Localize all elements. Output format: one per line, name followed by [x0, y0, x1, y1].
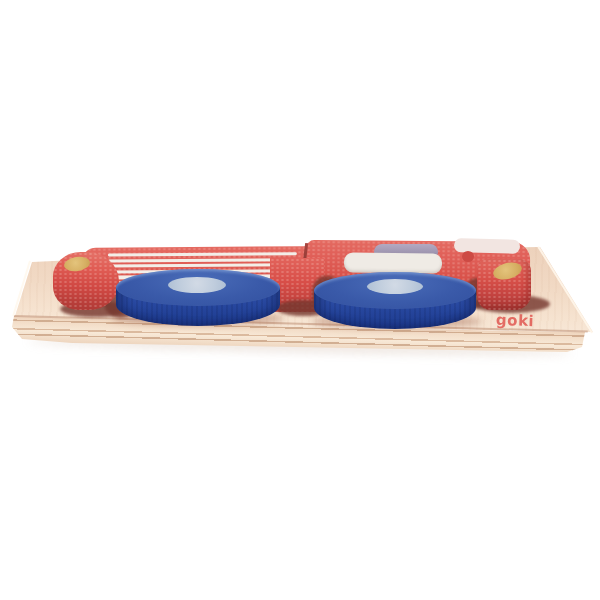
left-wheel-hub [168, 277, 226, 293]
product-photo-scene: goki [0, 0, 600, 600]
goki-brand-logo: goki [496, 310, 567, 332]
right-blue-wheel [314, 272, 476, 328]
ladder-stripe [108, 263, 297, 268]
cab-window [344, 252, 442, 273]
ladder-stripe [108, 252, 297, 257]
ladder-stripes [82, 246, 308, 248]
ladder-stripe [108, 258, 297, 263]
left-blue-wheel [116, 269, 280, 326]
cab-red-notch [462, 251, 474, 262]
right-wheel-hub [367, 279, 423, 294]
